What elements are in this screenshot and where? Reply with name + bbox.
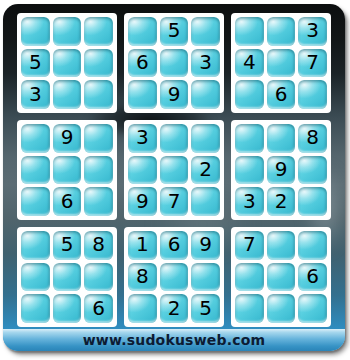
- cell-value: 9: [136, 191, 149, 211]
- cell-r5c1[interactable]: [21, 156, 50, 185]
- cell-value: 3: [243, 191, 256, 211]
- cell-value: 7: [243, 234, 256, 254]
- cell-r1c4[interactable]: [128, 17, 157, 46]
- cell-value: 7: [306, 52, 319, 72]
- block-2-1: 96: [17, 120, 117, 220]
- block-3-3: 76: [231, 227, 331, 327]
- cell-value: 3: [29, 84, 42, 104]
- cell-r3c3[interactable]: [84, 80, 113, 109]
- cell-r5c4[interactable]: [128, 156, 157, 185]
- cell-r2c1[interactable]: 5: [21, 49, 50, 78]
- cell-r9c4[interactable]: [128, 294, 157, 323]
- cell-value: 9: [168, 84, 181, 104]
- cell-value: 6: [92, 298, 105, 318]
- cell-r2c6[interactable]: 3: [191, 49, 220, 78]
- cell-r3c9[interactable]: [298, 80, 327, 109]
- cell-value: 5: [199, 298, 212, 318]
- cell-r9c5[interactable]: 2: [160, 294, 189, 323]
- cell-r2c2[interactable]: [53, 49, 82, 78]
- block-1-2: 5639: [124, 13, 224, 113]
- cell-r6c4[interactable]: 9: [128, 187, 157, 216]
- cell-value: 8: [306, 127, 319, 147]
- cell-r6c7[interactable]: 3: [235, 187, 264, 216]
- cell-r9c2[interactable]: [53, 294, 82, 323]
- page: 5356393476963297893258616982576 www.sudo…: [0, 0, 350, 360]
- cell-value: 9: [199, 234, 212, 254]
- cell-value: 5: [61, 234, 74, 254]
- cell-r9c3[interactable]: 6: [84, 294, 113, 323]
- block-1-3: 3476: [231, 13, 331, 113]
- cell-r5c7[interactable]: [235, 156, 264, 185]
- cell-r1c6[interactable]: [191, 17, 220, 46]
- board-area: 5356393476963297893258616982576: [3, 4, 345, 327]
- cell-r5c9[interactable]: [298, 156, 327, 185]
- cell-value: 7: [168, 191, 181, 211]
- cell-r1c3[interactable]: [84, 17, 113, 46]
- cell-r2c7[interactable]: 4: [235, 49, 264, 78]
- cell-r4c5[interactable]: [160, 124, 189, 153]
- cell-r6c2[interactable]: 6: [53, 187, 82, 216]
- cell-value: 9: [61, 127, 74, 147]
- cell-r2c4[interactable]: 6: [128, 49, 157, 78]
- cell-r6c5[interactable]: 7: [160, 187, 189, 216]
- cell-r6c1[interactable]: [21, 187, 50, 216]
- cell-r1c1[interactable]: [21, 17, 50, 46]
- cell-r2c3[interactable]: [84, 49, 113, 78]
- cell-r3c5[interactable]: 9: [160, 80, 189, 109]
- cell-value: 3: [199, 52, 212, 72]
- cell-r3c7[interactable]: [235, 80, 264, 109]
- cell-r8c6[interactable]: [191, 263, 220, 292]
- cell-r7c1[interactable]: [21, 231, 50, 260]
- cell-value: 2: [199, 159, 212, 179]
- cell-r8c9[interactable]: 6: [298, 263, 327, 292]
- cell-value: 5: [168, 20, 181, 40]
- cell-value: 6: [168, 234, 181, 254]
- cell-r6c6[interactable]: [191, 187, 220, 216]
- cell-value: 2: [168, 298, 181, 318]
- board-frame: 5356393476963297893258616982576 www.sudo…: [3, 4, 345, 351]
- cell-r4c9[interactable]: 8: [298, 124, 327, 153]
- cell-r8c3[interactable]: [84, 263, 113, 292]
- cell-value: 3: [306, 20, 319, 40]
- cell-r6c9[interactable]: [298, 187, 327, 216]
- cell-r7c7[interactable]: 7: [235, 231, 264, 260]
- block-3-2: 169825: [124, 227, 224, 327]
- cell-r4c4[interactable]: 3: [128, 124, 157, 153]
- cell-r5c6[interactable]: 2: [191, 156, 220, 185]
- cell-r4c7[interactable]: [235, 124, 264, 153]
- cell-r4c6[interactable]: [191, 124, 220, 153]
- cell-r6c8[interactable]: 2: [267, 187, 296, 216]
- cell-r8c8[interactable]: [267, 263, 296, 292]
- cell-r8c4[interactable]: 8: [128, 263, 157, 292]
- cell-r8c1[interactable]: [21, 263, 50, 292]
- cell-r4c2[interactable]: 9: [53, 124, 82, 153]
- cell-r7c9[interactable]: [298, 231, 327, 260]
- footer-link[interactable]: www.sudokusweb.com: [83, 332, 266, 348]
- cell-value: 6: [136, 52, 149, 72]
- cell-r9c8[interactable]: [267, 294, 296, 323]
- cell-value: 3: [136, 127, 149, 147]
- cell-r7c5[interactable]: 6: [160, 231, 189, 260]
- cell-r9c9[interactable]: [298, 294, 327, 323]
- cell-r1c5[interactable]: 5: [160, 17, 189, 46]
- cell-r5c2[interactable]: [53, 156, 82, 185]
- cell-value: 6: [61, 191, 74, 211]
- cell-r1c9[interactable]: 3: [298, 17, 327, 46]
- cell-value: 5: [29, 52, 42, 72]
- cell-r3c2[interactable]: [53, 80, 82, 109]
- cell-r8c5[interactable]: [160, 263, 189, 292]
- cell-r7c2[interactable]: 5: [53, 231, 82, 260]
- block-1-1: 53: [17, 13, 117, 113]
- cell-r2c5[interactable]: [160, 49, 189, 78]
- cell-r7c4[interactable]: 1: [128, 231, 157, 260]
- cell-r9c1[interactable]: [21, 294, 50, 323]
- cell-r5c5[interactable]: [160, 156, 189, 185]
- cell-value: 2: [275, 191, 288, 211]
- cell-r3c4[interactable]: [128, 80, 157, 109]
- cell-r1c2[interactable]: [53, 17, 82, 46]
- cell-value: 8: [92, 234, 105, 254]
- cell-r9c7[interactable]: [235, 294, 264, 323]
- cell-value: 6: [306, 266, 319, 286]
- cell-r3c1[interactable]: 3: [21, 80, 50, 109]
- cell-r4c8[interactable]: [267, 124, 296, 153]
- cell-r3c8[interactable]: 6: [267, 80, 296, 109]
- cell-value: 1: [136, 234, 149, 254]
- cell-r7c6[interactable]: 9: [191, 231, 220, 260]
- cell-r9c6[interactable]: 5: [191, 294, 220, 323]
- block-3-1: 586: [17, 227, 117, 327]
- cell-r4c1[interactable]: [21, 124, 50, 153]
- cell-r8c2[interactable]: [53, 263, 82, 292]
- cell-r7c8[interactable]: [267, 231, 296, 260]
- cell-value: 8: [136, 266, 149, 286]
- cell-r5c8[interactable]: 9: [267, 156, 296, 185]
- sudoku-board: 5356393476963297893258616982576: [17, 13, 331, 327]
- block-2-2: 3297: [124, 120, 224, 220]
- cell-r2c9[interactable]: 7: [298, 49, 327, 78]
- cell-value: 6: [275, 84, 288, 104]
- cell-r6c3[interactable]: [84, 187, 113, 216]
- cell-r8c7[interactable]: [235, 263, 264, 292]
- cell-r4c3[interactable]: [84, 124, 113, 153]
- cell-r2c8[interactable]: [267, 49, 296, 78]
- cell-value: 4: [243, 52, 256, 72]
- cell-value: 9: [275, 159, 288, 179]
- cell-r5c3[interactable]: [84, 156, 113, 185]
- cell-r7c3[interactable]: 8: [84, 231, 113, 260]
- cell-r1c8[interactable]: [267, 17, 296, 46]
- cell-r3c6[interactable]: [191, 80, 220, 109]
- footer-bar: www.sudokusweb.com: [3, 329, 345, 351]
- block-2-3: 8932: [231, 120, 331, 220]
- cell-r1c7[interactable]: [235, 17, 264, 46]
